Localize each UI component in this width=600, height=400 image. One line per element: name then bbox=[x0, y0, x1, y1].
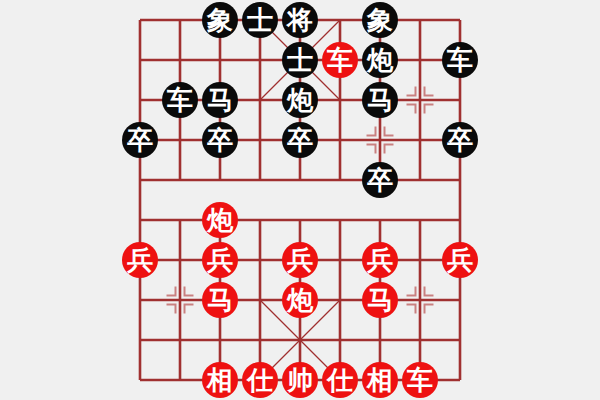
red-general[interactable]: 帅 bbox=[282, 362, 318, 398]
piece-layer: 象士将象士车炮车车马炮马卒卒卒卒卒炮兵兵兵兵兵马炮马相仕帅仕相车 bbox=[120, 0, 480, 400]
red-cannon[interactable]: 炮 bbox=[202, 202, 238, 238]
black-soldier[interactable]: 卒 bbox=[282, 122, 318, 158]
red-advisor[interactable]: 仕 bbox=[242, 362, 278, 398]
black-advisor[interactable]: 士 bbox=[242, 2, 278, 38]
red-advisor[interactable]: 仕 bbox=[322, 362, 358, 398]
red-soldier[interactable]: 兵 bbox=[122, 242, 158, 278]
black-soldier[interactable]: 卒 bbox=[122, 122, 158, 158]
black-horse[interactable]: 马 bbox=[202, 82, 238, 118]
red-horse[interactable]: 马 bbox=[202, 282, 238, 318]
red-cannon[interactable]: 炮 bbox=[282, 282, 318, 318]
black-chariot[interactable]: 车 bbox=[162, 82, 198, 118]
black-soldier[interactable]: 卒 bbox=[362, 162, 398, 198]
black-general[interactable]: 将 bbox=[282, 2, 318, 38]
red-soldier[interactable]: 兵 bbox=[362, 242, 398, 278]
red-soldier[interactable]: 兵 bbox=[282, 242, 318, 278]
black-horse[interactable]: 马 bbox=[362, 82, 398, 118]
red-elephant[interactable]: 相 bbox=[362, 362, 398, 398]
red-elephant[interactable]: 相 bbox=[202, 362, 238, 398]
black-chariot[interactable]: 车 bbox=[442, 42, 478, 78]
red-soldier[interactable]: 兵 bbox=[442, 242, 478, 278]
black-elephant[interactable]: 象 bbox=[202, 2, 238, 38]
red-chariot[interactable]: 车 bbox=[322, 42, 358, 78]
black-soldier[interactable]: 卒 bbox=[202, 122, 238, 158]
black-soldier[interactable]: 卒 bbox=[442, 122, 478, 158]
black-cannon[interactable]: 炮 bbox=[362, 42, 398, 78]
red-horse[interactable]: 马 bbox=[362, 282, 398, 318]
xiangqi-board: 象士将象士车炮车车马炮马卒卒卒卒卒炮兵兵兵兵兵马炮马相仕帅仕相车 bbox=[0, 0, 600, 400]
black-advisor[interactable]: 士 bbox=[282, 42, 318, 78]
red-chariot[interactable]: 车 bbox=[402, 362, 438, 398]
red-soldier[interactable]: 兵 bbox=[202, 242, 238, 278]
black-cannon[interactable]: 炮 bbox=[282, 82, 318, 118]
black-elephant[interactable]: 象 bbox=[362, 2, 398, 38]
